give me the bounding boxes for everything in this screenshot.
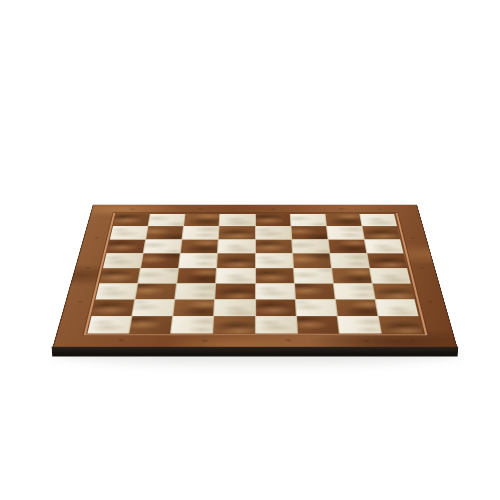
board-square [184, 214, 219, 226]
board-square [360, 214, 397, 226]
board-square [295, 283, 335, 299]
board-square [99, 268, 140, 283]
board-square [255, 240, 291, 254]
board-square [327, 226, 364, 239]
board-square [92, 299, 135, 315]
board-square [330, 254, 369, 268]
board-square [376, 299, 419, 315]
board-square [256, 283, 295, 299]
board-square [177, 268, 216, 283]
board-square [149, 214, 185, 226]
board-square [219, 226, 254, 239]
board-square [336, 299, 378, 315]
board-square [176, 283, 216, 299]
board-square [179, 254, 217, 268]
board-square [365, 240, 404, 254]
board-square [141, 254, 180, 268]
board-square [294, 268, 333, 283]
board-square [215, 299, 255, 315]
board-square [256, 268, 294, 283]
board-square [113, 214, 150, 226]
board-square [379, 316, 423, 333]
board-square [332, 268, 372, 283]
board-square [103, 254, 143, 268]
board-square [325, 214, 361, 226]
board-scene [75, 88, 435, 448]
board-square [171, 316, 213, 333]
board-top-face [53, 205, 458, 347]
board-square [183, 226, 219, 239]
board-square [255, 254, 292, 268]
board-square [338, 316, 381, 333]
board-square [216, 268, 254, 283]
board-square [138, 268, 178, 283]
chess-board [53, 205, 458, 347]
board-square [146, 226, 183, 239]
board-square [370, 268, 411, 283]
board-square [367, 254, 407, 268]
board-square [293, 254, 331, 268]
board-square [291, 226, 327, 239]
board-square [220, 214, 255, 226]
board-edge-front [52, 347, 459, 357]
board-square [328, 240, 366, 254]
board-square [296, 299, 337, 315]
board-square [174, 299, 215, 315]
board-square [181, 240, 218, 254]
board-square [129, 316, 172, 333]
board-square [144, 240, 182, 254]
board-square [292, 240, 329, 254]
photo-background [0, 0, 500, 500]
board-square [133, 299, 175, 315]
board-square [256, 316, 297, 333]
board-square [334, 283, 375, 299]
board-square [87, 316, 131, 333]
board-square [373, 283, 415, 299]
board-square [256, 299, 296, 315]
board-square [110, 226, 148, 239]
board-square [297, 316, 339, 333]
board-square [96, 283, 138, 299]
board-square [290, 214, 325, 226]
board-square [136, 283, 177, 299]
board-square [217, 254, 254, 268]
board-grid [87, 214, 422, 334]
board-square [216, 283, 255, 299]
board-square [255, 226, 290, 239]
board-square [107, 240, 146, 254]
board-square [214, 316, 255, 333]
board-square [255, 214, 290, 226]
board-square [362, 226, 400, 239]
board-square [218, 240, 254, 254]
